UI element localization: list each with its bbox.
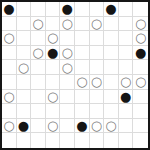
cell-r4-c9[interactable] — [133, 60, 148, 75]
cell-r1-c3[interactable] — [46, 17, 61, 32]
cell-r8-c4[interactable] — [60, 119, 75, 134]
cell-r9-c4[interactable] — [60, 133, 75, 148]
cell-r1-c8[interactable] — [119, 17, 134, 32]
cell-r6-c1[interactable] — [17, 90, 32, 105]
masyu-board: ●●●○○○○○○○○●○●○○○○○○○○●○●○●○○ — [0, 0, 150, 150]
cell-r3-c2[interactable]: ○ — [31, 46, 46, 61]
black-pearl-icon: ● — [62, 2, 73, 15]
cell-r3-c8[interactable] — [119, 46, 134, 61]
white-pearl-icon: ○ — [62, 46, 73, 59]
white-pearl-icon: ○ — [76, 75, 87, 88]
black-pearl-icon: ● — [47, 46, 58, 59]
white-pearl-icon: ○ — [47, 31, 58, 44]
cell-r9-c5[interactable] — [75, 133, 90, 148]
cell-r5-c9[interactable]: ○ — [133, 75, 148, 90]
cell-r3-c5[interactable] — [75, 46, 90, 61]
cell-r5-c0[interactable] — [2, 75, 17, 90]
cell-r8-c8[interactable] — [119, 119, 134, 134]
cell-r9-c2[interactable] — [31, 133, 46, 148]
cell-r8-c0[interactable]: ○ — [2, 119, 17, 134]
cell-r6-c5[interactable] — [75, 90, 90, 105]
cell-r8-c2[interactable] — [31, 119, 46, 134]
cell-r1-c9[interactable]: ○ — [133, 17, 148, 32]
cell-r9-c6[interactable] — [90, 133, 105, 148]
cell-r7-c4[interactable] — [60, 104, 75, 119]
white-pearl-icon: ○ — [3, 119, 14, 132]
cell-r6-c8[interactable]: ● — [119, 90, 134, 105]
cell-r2-c6[interactable] — [90, 31, 105, 46]
cell-r6-c6[interactable] — [90, 90, 105, 105]
cell-r0-c6[interactable] — [90, 2, 105, 17]
white-pearl-icon: ○ — [120, 75, 131, 88]
cell-r2-c2[interactable] — [31, 31, 46, 46]
cell-r9-c0[interactable] — [2, 133, 17, 148]
cell-r8-c5[interactable]: ● — [75, 119, 90, 134]
cell-r4-c2[interactable] — [31, 60, 46, 75]
white-pearl-icon: ○ — [91, 75, 102, 88]
cell-r0-c7[interactable]: ● — [104, 2, 119, 17]
cell-r3-c3[interactable]: ● — [46, 46, 61, 61]
cell-r7-c6[interactable] — [90, 104, 105, 119]
cell-r2-c9[interactable]: ○ — [133, 31, 148, 46]
cell-r6-c7[interactable] — [104, 90, 119, 105]
cell-r4-c6[interactable] — [90, 60, 105, 75]
cell-r9-c1[interactable] — [17, 133, 32, 148]
cell-r4-c4[interactable]: ○ — [60, 60, 75, 75]
cell-r6-c2[interactable] — [31, 90, 46, 105]
cell-r5-c3[interactable] — [46, 75, 61, 90]
cell-r1-c5[interactable] — [75, 17, 90, 32]
white-pearl-icon: ○ — [135, 31, 146, 44]
cell-r2-c4[interactable] — [60, 31, 75, 46]
cell-r0-c0[interactable]: ● — [2, 2, 17, 17]
white-pearl-icon: ○ — [32, 17, 43, 30]
black-pearl-icon: ● — [76, 119, 87, 132]
cell-r3-c7[interactable] — [104, 46, 119, 61]
cell-r0-c3[interactable] — [46, 2, 61, 17]
cell-r5-c2[interactable] — [31, 75, 46, 90]
black-pearl-icon: ● — [3, 2, 14, 15]
cell-r5-c7[interactable] — [104, 75, 119, 90]
cell-r3-c0[interactable] — [2, 46, 17, 61]
cell-r5-c1[interactable] — [17, 75, 32, 90]
cell-r8-c9[interactable] — [133, 119, 148, 134]
cell-r1-c2[interactable]: ○ — [31, 17, 46, 32]
cell-r2-c7[interactable] — [104, 31, 119, 46]
cell-r8-c3[interactable]: ○ — [46, 119, 61, 134]
cell-r0-c1[interactable] — [17, 2, 32, 17]
cell-r6-c4[interactable] — [60, 90, 75, 105]
cell-r3-c9[interactable]: ● — [133, 46, 148, 61]
cell-r7-c9[interactable] — [133, 104, 148, 119]
white-pearl-icon: ○ — [91, 17, 102, 30]
white-pearl-icon: ○ — [18, 60, 29, 73]
cell-r0-c5[interactable] — [75, 2, 90, 17]
cell-r3-c6[interactable] — [90, 46, 105, 61]
cell-r6-c3[interactable]: ○ — [46, 90, 61, 105]
cell-r0-c8[interactable] — [119, 2, 134, 17]
white-pearl-icon: ○ — [3, 31, 14, 44]
cell-r4-c0[interactable] — [2, 60, 17, 75]
white-pearl-icon: ○ — [47, 90, 58, 103]
cell-r7-c3[interactable] — [46, 104, 61, 119]
black-pearl-icon: ● — [18, 119, 29, 132]
cell-r6-c0[interactable]: ○ — [2, 90, 17, 105]
cell-r2-c1[interactable] — [17, 31, 32, 46]
cell-r4-c1[interactable]: ○ — [17, 60, 32, 75]
black-pearl-icon: ● — [135, 46, 146, 59]
white-pearl-icon: ○ — [32, 46, 43, 59]
cell-r1-c7[interactable] — [104, 17, 119, 32]
cell-r7-c7[interactable] — [104, 104, 119, 119]
cell-r8-c1[interactable]: ● — [17, 119, 32, 134]
cell-r7-c1[interactable] — [17, 104, 32, 119]
cell-r5-c5[interactable]: ○ — [75, 75, 90, 90]
cell-r6-c9[interactable] — [133, 90, 148, 105]
cell-r7-c5[interactable] — [75, 104, 90, 119]
black-pearl-icon: ● — [105, 2, 116, 15]
white-pearl-icon: ○ — [62, 17, 73, 30]
cell-r7-c0[interactable] — [2, 104, 17, 119]
cell-r3-c1[interactable] — [17, 46, 32, 61]
black-pearl-icon: ● — [120, 90, 131, 103]
white-pearl-icon: ○ — [3, 90, 14, 103]
cell-r5-c8[interactable]: ○ — [119, 75, 134, 90]
white-pearl-icon: ○ — [62, 60, 73, 73]
cell-r2-c3[interactable]: ○ — [46, 31, 61, 46]
cell-r7-c8[interactable] — [119, 104, 134, 119]
cell-r0-c9[interactable] — [133, 2, 148, 17]
cell-r8-c7[interactable]: ○ — [104, 119, 119, 134]
cell-r2-c0[interactable]: ○ — [2, 31, 17, 46]
cell-r1-c1[interactable] — [17, 17, 32, 32]
cell-r9-c3[interactable] — [46, 133, 61, 148]
cell-r5-c4[interactable] — [60, 75, 75, 90]
cell-r0-c2[interactable] — [31, 2, 46, 17]
cell-r0-c4[interactable]: ● — [60, 2, 75, 17]
cell-r3-c4[interactable]: ○ — [60, 46, 75, 61]
cell-r4-c8[interactable] — [119, 60, 134, 75]
white-pearl-icon: ○ — [135, 75, 146, 88]
cell-r9-c7[interactable] — [104, 133, 119, 148]
cell-r8-c6[interactable]: ○ — [90, 119, 105, 134]
cell-r1-c4[interactable]: ○ — [60, 17, 75, 32]
cell-r1-c0[interactable] — [2, 17, 17, 32]
cell-r2-c5[interactable] — [75, 31, 90, 46]
cell-r5-c6[interactable]: ○ — [90, 75, 105, 90]
cell-r4-c7[interactable] — [104, 60, 119, 75]
cell-r9-c9[interactable] — [133, 133, 148, 148]
white-pearl-icon: ○ — [135, 17, 146, 30]
cell-r4-c5[interactable] — [75, 60, 90, 75]
cell-r1-c6[interactable]: ○ — [90, 17, 105, 32]
white-pearl-icon: ○ — [105, 119, 116, 132]
cell-r7-c2[interactable] — [31, 104, 46, 119]
cell-r4-c3[interactable] — [46, 60, 61, 75]
white-pearl-icon: ○ — [47, 119, 58, 132]
cell-r9-c8[interactable] — [119, 133, 134, 148]
white-pearl-icon: ○ — [91, 119, 102, 132]
cell-r2-c8[interactable] — [119, 31, 134, 46]
